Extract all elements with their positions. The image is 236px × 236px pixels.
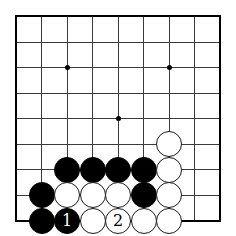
intersection xyxy=(29,80,55,106)
intersection xyxy=(131,131,157,157)
intersection xyxy=(156,55,182,81)
white-stone xyxy=(156,157,182,183)
intersection xyxy=(29,182,55,208)
white-stone xyxy=(131,208,157,234)
intersection xyxy=(182,131,208,157)
intersection xyxy=(80,55,106,81)
intersection xyxy=(182,157,208,183)
intersection xyxy=(131,4,157,30)
intersection xyxy=(3,29,29,55)
intersection xyxy=(54,4,80,30)
intersection xyxy=(207,55,233,81)
intersection xyxy=(80,182,106,208)
intersection xyxy=(3,80,29,106)
intersection xyxy=(54,55,80,81)
intersection xyxy=(182,182,208,208)
intersection xyxy=(131,55,157,81)
intersection xyxy=(54,182,80,208)
intersection: 2 xyxy=(105,208,131,234)
intersection xyxy=(156,157,182,183)
intersection xyxy=(105,4,131,30)
intersection xyxy=(207,106,233,132)
intersection xyxy=(207,208,233,234)
intersection xyxy=(3,4,29,30)
intersection xyxy=(156,182,182,208)
intersection xyxy=(105,55,131,81)
intersection xyxy=(80,29,106,55)
intersection xyxy=(131,29,157,55)
star-point xyxy=(65,65,70,70)
white-stone xyxy=(80,208,106,234)
go-diagram: 12 xyxy=(0,0,236,236)
intersection xyxy=(3,106,29,132)
intersection xyxy=(29,106,55,132)
move-number: 1 xyxy=(62,212,72,228)
intersection xyxy=(80,131,106,157)
intersection xyxy=(131,157,157,183)
intersection xyxy=(3,131,29,157)
intersection xyxy=(29,208,55,234)
white-stone xyxy=(80,182,106,208)
intersection xyxy=(207,182,233,208)
intersection xyxy=(156,29,182,55)
intersection xyxy=(207,4,233,30)
intersection xyxy=(182,106,208,132)
intersection xyxy=(156,80,182,106)
intersection xyxy=(156,131,182,157)
black-stone: 1 xyxy=(54,208,80,234)
intersection xyxy=(105,29,131,55)
intersection xyxy=(207,29,233,55)
white-stone xyxy=(105,182,131,208)
white-stone xyxy=(156,182,182,208)
intersection xyxy=(131,208,157,234)
intersection xyxy=(207,80,233,106)
intersection xyxy=(29,29,55,55)
star-point xyxy=(167,65,172,70)
intersection xyxy=(3,208,29,234)
black-stone xyxy=(29,182,55,208)
intersection xyxy=(3,182,29,208)
intersection xyxy=(3,157,29,183)
intersection xyxy=(207,157,233,183)
intersection xyxy=(182,4,208,30)
intersection xyxy=(207,131,233,157)
black-stone xyxy=(131,182,157,208)
intersection xyxy=(131,106,157,132)
intersection xyxy=(105,131,131,157)
intersection xyxy=(80,4,106,30)
intersection xyxy=(156,208,182,234)
white-stone xyxy=(156,208,182,234)
intersection xyxy=(29,4,55,30)
intersection xyxy=(54,157,80,183)
intersection xyxy=(29,55,55,81)
intersection xyxy=(105,157,131,183)
white-stone xyxy=(54,182,80,208)
white-stone xyxy=(156,131,182,157)
intersection xyxy=(182,29,208,55)
intersection xyxy=(80,80,106,106)
black-stone xyxy=(54,157,80,183)
black-stone xyxy=(80,157,106,183)
intersection xyxy=(131,182,157,208)
intersection xyxy=(182,80,208,106)
intersection xyxy=(156,4,182,30)
intersection xyxy=(54,106,80,132)
intersection xyxy=(105,80,131,106)
intersection xyxy=(54,131,80,157)
intersection xyxy=(29,131,55,157)
intersection xyxy=(80,208,106,234)
intersection xyxy=(131,80,157,106)
intersection xyxy=(105,182,131,208)
intersection xyxy=(182,208,208,234)
star-point xyxy=(116,116,121,121)
black-stone xyxy=(105,157,131,183)
intersection xyxy=(80,157,106,183)
white-stone: 2 xyxy=(105,208,131,234)
intersection xyxy=(3,55,29,81)
intersection xyxy=(29,157,55,183)
intersection xyxy=(54,80,80,106)
intersection xyxy=(105,106,131,132)
intersection xyxy=(54,29,80,55)
intersection xyxy=(156,106,182,132)
black-stone xyxy=(29,208,55,234)
black-stone xyxy=(131,157,157,183)
intersection xyxy=(80,106,106,132)
intersection xyxy=(182,55,208,81)
move-number: 2 xyxy=(113,212,123,228)
intersection: 1 xyxy=(54,208,80,234)
go-board: 12 xyxy=(3,4,233,234)
